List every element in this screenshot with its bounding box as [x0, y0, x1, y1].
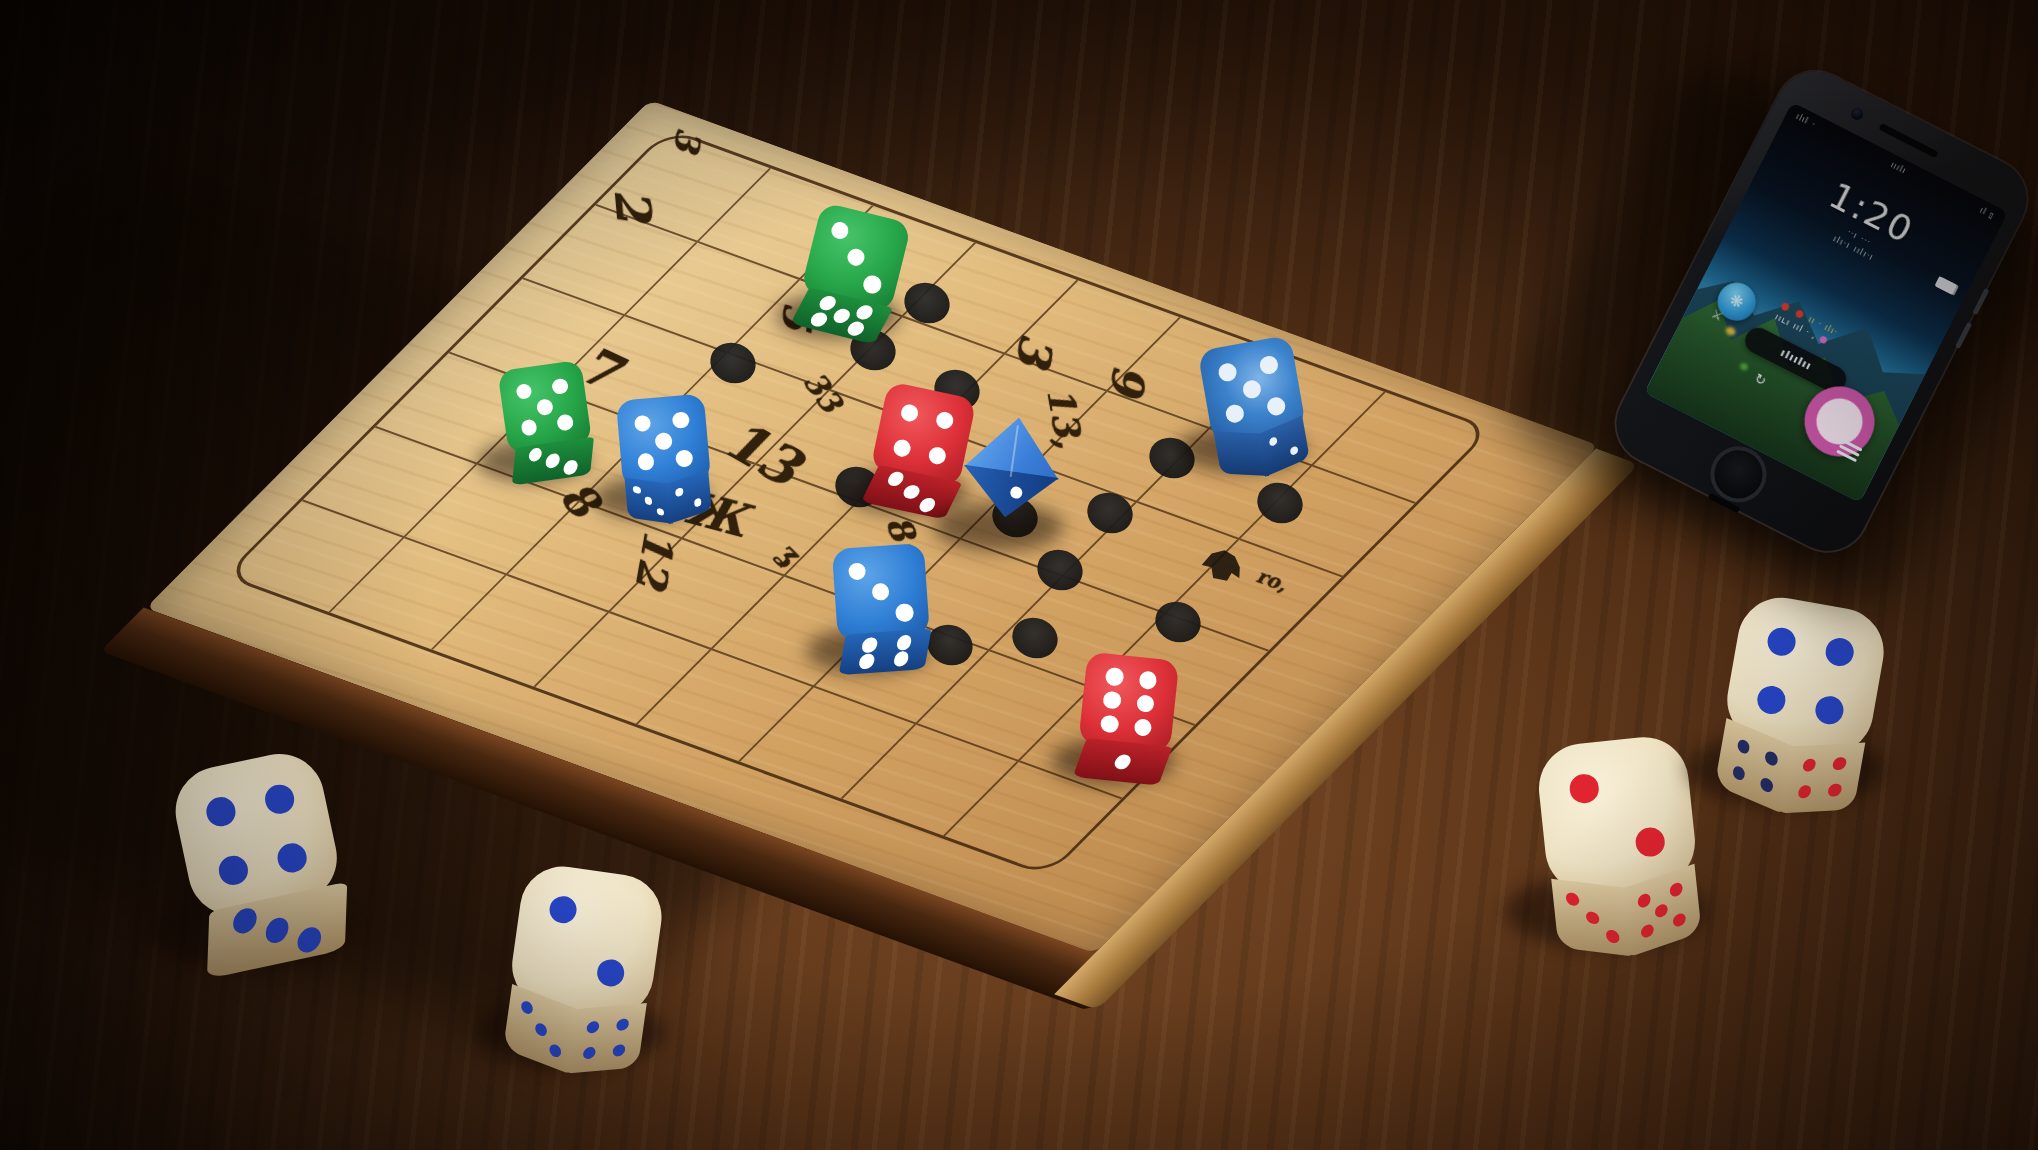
helmet-doodle [1191, 538, 1252, 595]
status-carrier: ılıl ᛫ [1794, 112, 1818, 130]
board-dot [1252, 476, 1309, 529]
ink-symbol-2: 2 [604, 186, 663, 224]
ink-symbol-ro: ro, [1253, 563, 1290, 596]
pink-dot-icon [1818, 335, 1827, 344]
wood-die-red[interactable] [1535, 733, 1706, 956]
ink-symbol-3: 3 [1006, 330, 1065, 371]
status-center: ııılı [1889, 160, 1907, 175]
status-right: ıl ▯ [1978, 206, 1996, 221]
photo-canvas: 325397331313,8Ж12ʓ8:ro, ılıl ᛫ ııılı ıl … [0, 0, 2038, 1150]
ink-symbol-: ʓ [770, 534, 807, 571]
ink-symbol-9: 9 [1101, 363, 1154, 398]
ink-symbol-33: 33 [797, 365, 850, 419]
blue-d8[interactable] [957, 411, 1066, 524]
board-dot [899, 276, 956, 329]
blue-die-2[interactable] [832, 543, 933, 675]
red-die-2[interactable] [1075, 651, 1180, 786]
board-dot [1007, 611, 1064, 664]
front-camera-icon [1849, 106, 1865, 122]
wood-die-blue-2[interactable] [499, 861, 667, 1076]
blue-die-1[interactable] [616, 394, 714, 524]
ink-symbol-13: 13 [714, 406, 811, 499]
ink-symbol-3: 3 [666, 125, 710, 155]
board-dot [1082, 486, 1139, 539]
green-die-2[interactable] [497, 360, 596, 486]
board-dot [1032, 543, 1089, 596]
board-dot [1150, 595, 1207, 648]
ink-symbol-12: 12 [626, 526, 684, 592]
board-dot [705, 336, 762, 389]
